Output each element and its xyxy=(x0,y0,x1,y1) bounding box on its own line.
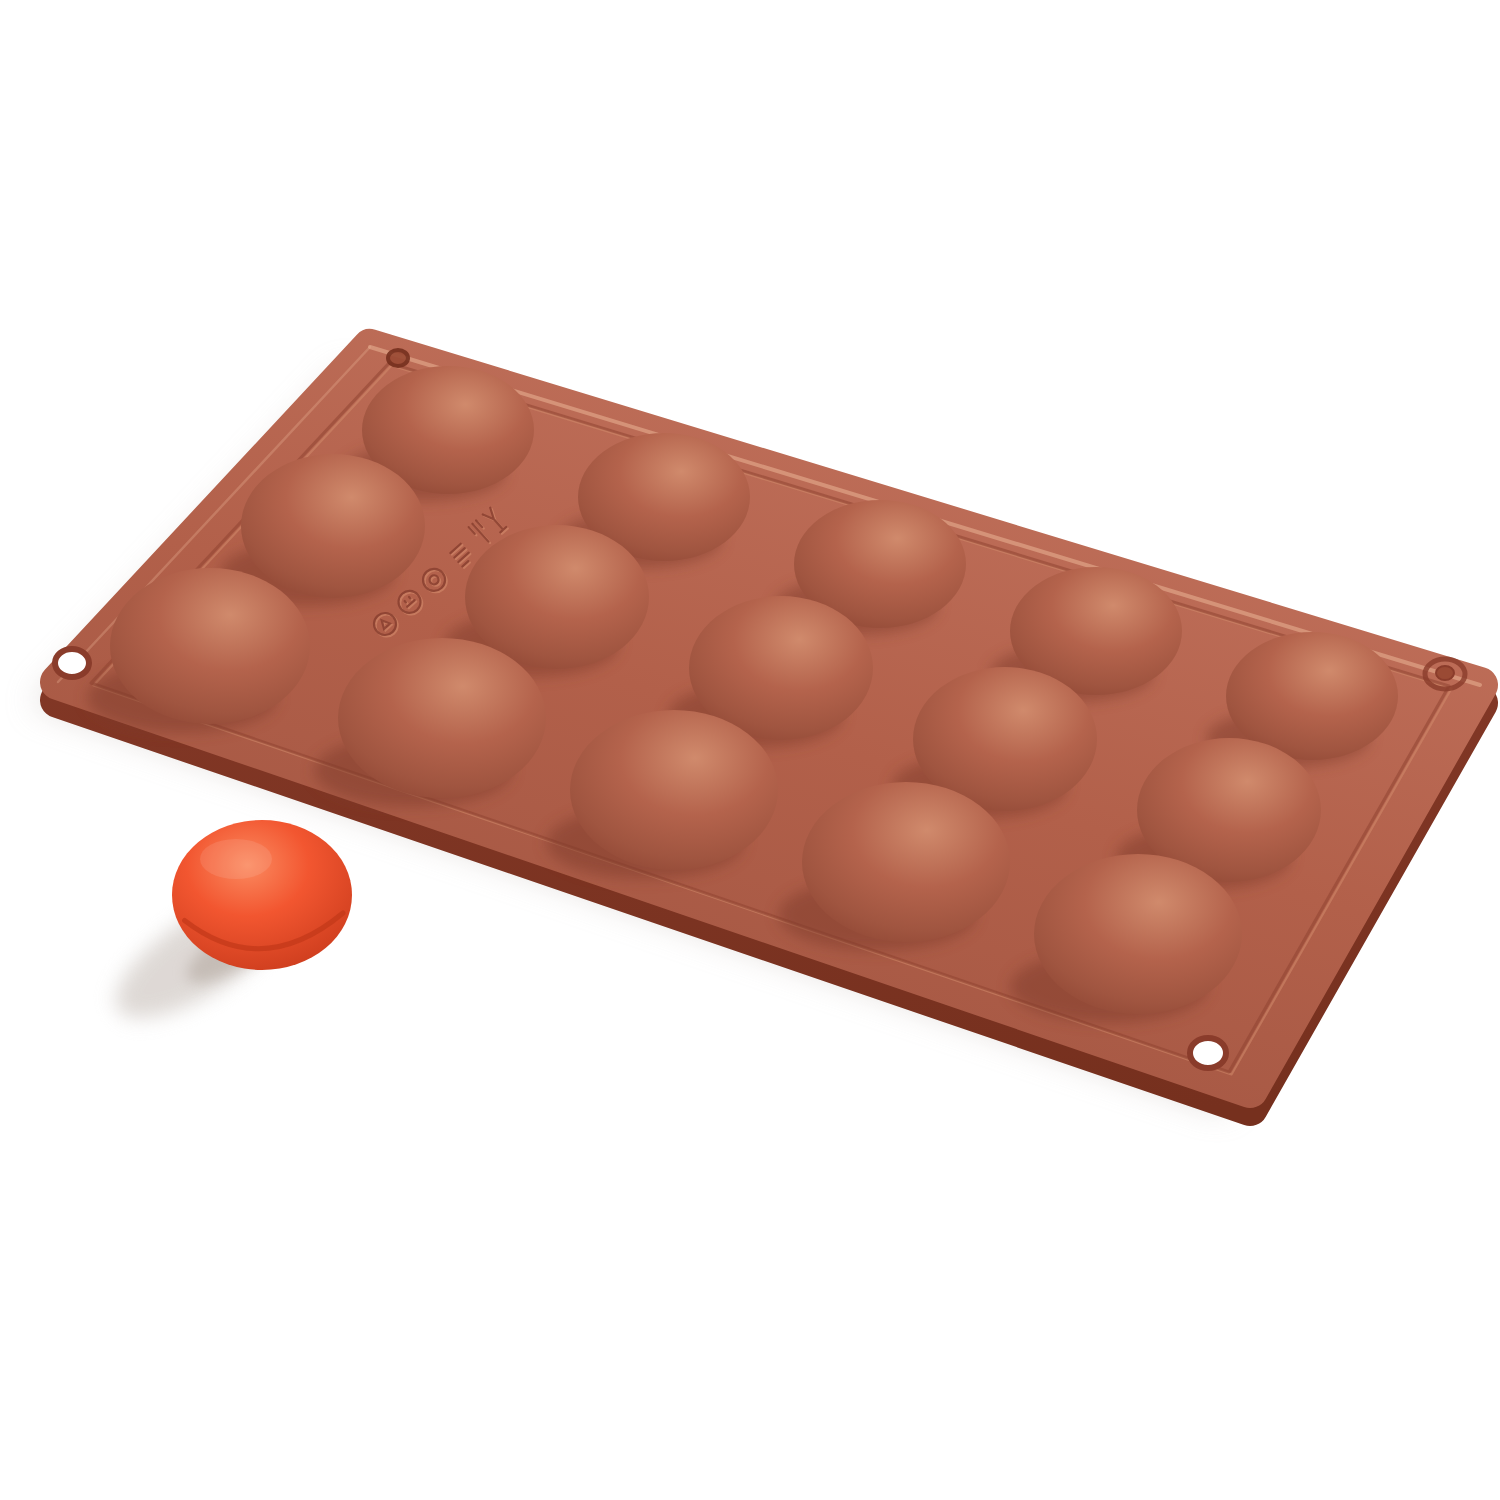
mold-cavity-dome xyxy=(570,710,778,870)
mold-cavity-dome xyxy=(110,568,310,724)
bottom-corner-hanging-hole xyxy=(1190,1038,1226,1068)
mold-cavity-dome xyxy=(241,454,425,598)
piece-sheen-highlight xyxy=(200,839,272,879)
mold-photo-scene xyxy=(0,0,1500,1500)
mold-cavity-dome xyxy=(1034,854,1242,1014)
right-corner-boss-recess xyxy=(1436,666,1454,680)
mold-cavity-dome xyxy=(802,782,1010,942)
mold-cavity-dome xyxy=(338,638,546,798)
product-photo xyxy=(0,0,1500,1500)
top-left-tab-hole xyxy=(388,350,408,366)
demolded-piece xyxy=(172,820,352,970)
mold-cavity-dome xyxy=(465,525,649,669)
left-corner-hanging-hole xyxy=(55,649,89,677)
